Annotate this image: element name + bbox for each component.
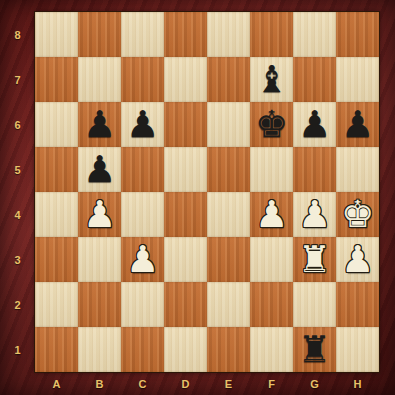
square-c8[interactable] <box>121 12 164 57</box>
white-pawn[interactable]: ♟ <box>250 192 293 237</box>
square-f1[interactable] <box>250 327 293 372</box>
rank-labels: 87654321 <box>0 12 35 372</box>
square-b6[interactable]: ♟ <box>78 102 121 147</box>
file-label-e: E <box>207 372 250 395</box>
square-f5[interactable] <box>250 147 293 192</box>
square-e5[interactable] <box>207 147 250 192</box>
square-a7[interactable] <box>35 57 78 102</box>
rank-label-3: 3 <box>0 237 35 282</box>
square-c3[interactable]: ♟ <box>121 237 164 282</box>
black-pawn[interactable]: ♟ <box>78 147 121 192</box>
chess-board: ♝♟♟♚♟♟♟♟♟♟♚♟♜♟♜ <box>35 12 379 372</box>
square-g6[interactable]: ♟ <box>293 102 336 147</box>
square-e7[interactable] <box>207 57 250 102</box>
square-h8[interactable] <box>336 12 379 57</box>
file-label-g: G <box>293 372 336 395</box>
file-label-b: B <box>78 372 121 395</box>
square-a8[interactable] <box>35 12 78 57</box>
file-label-a: A <box>35 372 78 395</box>
square-d3[interactable] <box>164 237 207 282</box>
file-label-c: C <box>121 372 164 395</box>
square-c4[interactable] <box>121 192 164 237</box>
square-g4[interactable]: ♟ <box>293 192 336 237</box>
square-d2[interactable] <box>164 282 207 327</box>
square-d8[interactable] <box>164 12 207 57</box>
square-d6[interactable] <box>164 102 207 147</box>
square-f7[interactable]: ♝ <box>250 57 293 102</box>
square-b8[interactable] <box>78 12 121 57</box>
square-b2[interactable] <box>78 282 121 327</box>
square-g7[interactable] <box>293 57 336 102</box>
rank-label-5: 5 <box>0 147 35 192</box>
square-h3[interactable]: ♟ <box>336 237 379 282</box>
white-pawn[interactable]: ♟ <box>336 237 379 282</box>
square-d4[interactable] <box>164 192 207 237</box>
square-f3[interactable] <box>250 237 293 282</box>
square-f4[interactable]: ♟ <box>250 192 293 237</box>
black-rook[interactable]: ♜ <box>293 327 336 372</box>
square-c7[interactable] <box>121 57 164 102</box>
square-a5[interactable] <box>35 147 78 192</box>
square-d1[interactable] <box>164 327 207 372</box>
square-g2[interactable] <box>293 282 336 327</box>
white-pawn[interactable]: ♟ <box>78 192 121 237</box>
black-pawn[interactable]: ♟ <box>121 102 164 147</box>
rank-label-7: 7 <box>0 57 35 102</box>
square-e6[interactable] <box>207 102 250 147</box>
square-h6[interactable]: ♟ <box>336 102 379 147</box>
square-c6[interactable]: ♟ <box>121 102 164 147</box>
square-a3[interactable] <box>35 237 78 282</box>
square-a6[interactable] <box>35 102 78 147</box>
square-g3[interactable]: ♜ <box>293 237 336 282</box>
white-rook[interactable]: ♜ <box>293 237 336 282</box>
square-e2[interactable] <box>207 282 250 327</box>
black-pawn[interactable]: ♟ <box>293 102 336 147</box>
square-b3[interactable] <box>78 237 121 282</box>
square-a2[interactable] <box>35 282 78 327</box>
square-h2[interactable] <box>336 282 379 327</box>
white-pawn[interactable]: ♟ <box>293 192 336 237</box>
square-b1[interactable] <box>78 327 121 372</box>
square-b7[interactable] <box>78 57 121 102</box>
square-e8[interactable] <box>207 12 250 57</box>
rank-label-1: 1 <box>0 327 35 372</box>
square-a1[interactable] <box>35 327 78 372</box>
square-f6[interactable]: ♚ <box>250 102 293 147</box>
square-e1[interactable] <box>207 327 250 372</box>
square-g1[interactable]: ♜ <box>293 327 336 372</box>
file-label-f: F <box>250 372 293 395</box>
square-f2[interactable] <box>250 282 293 327</box>
rank-label-6: 6 <box>0 102 35 147</box>
white-pawn[interactable]: ♟ <box>121 237 164 282</box>
black-pawn[interactable]: ♟ <box>336 102 379 147</box>
square-d5[interactable] <box>164 147 207 192</box>
rank-label-8: 8 <box>0 12 35 57</box>
square-g8[interactable] <box>293 12 336 57</box>
square-e4[interactable] <box>207 192 250 237</box>
square-c2[interactable] <box>121 282 164 327</box>
black-king[interactable]: ♚ <box>250 102 293 147</box>
square-e3[interactable] <box>207 237 250 282</box>
rank-label-2: 2 <box>0 282 35 327</box>
black-pawn[interactable]: ♟ <box>78 102 121 147</box>
white-king[interactable]: ♚ <box>336 192 379 237</box>
square-h4[interactable]: ♚ <box>336 192 379 237</box>
square-h1[interactable] <box>336 327 379 372</box>
square-c1[interactable] <box>121 327 164 372</box>
file-label-d: D <box>164 372 207 395</box>
rank-label-4: 4 <box>0 192 35 237</box>
board-frame: 87654321 ♝♟♟♚♟♟♟♟♟♟♚♟♜♟♜ ABCDEFGH <box>0 0 395 395</box>
file-labels: ABCDEFGH <box>35 372 379 395</box>
square-f8[interactable] <box>250 12 293 57</box>
square-g5[interactable] <box>293 147 336 192</box>
file-label-h: H <box>336 372 379 395</box>
square-b5[interactable]: ♟ <box>78 147 121 192</box>
square-b4[interactable]: ♟ <box>78 192 121 237</box>
square-a4[interactable] <box>35 192 78 237</box>
square-c5[interactable] <box>121 147 164 192</box>
square-h7[interactable] <box>336 57 379 102</box>
square-d7[interactable] <box>164 57 207 102</box>
black-bishop[interactable]: ♝ <box>250 57 293 102</box>
square-h5[interactable] <box>336 147 379 192</box>
